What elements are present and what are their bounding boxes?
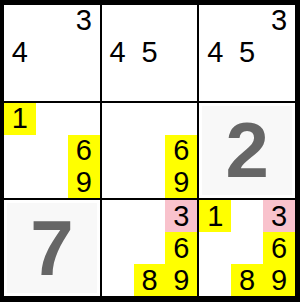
- candidate-slot-2: [36, 5, 68, 37]
- candidate-9: 9: [263, 264, 295, 296]
- solved-digit: 2: [225, 111, 268, 189]
- candidate-slot-8: [36, 166, 68, 198]
- candidate-slot-4: [102, 232, 134, 264]
- candidate-1: 1: [4, 103, 36, 135]
- candidate-slot-7: [102, 166, 134, 198]
- candidate-5: 5: [231, 37, 263, 69]
- solved-cell-background: 7: [7, 203, 97, 293]
- candidate-slot-3: [165, 103, 197, 135]
- candidate-slot-3: [165, 5, 197, 37]
- candidate-5: 5: [134, 37, 166, 69]
- candidate-slot-1: [4, 5, 36, 37]
- candidate-slot-4: [4, 135, 36, 167]
- candidate-slot-6: [68, 37, 100, 69]
- candidate-6: 6: [263, 232, 295, 264]
- candidate-9: 9: [165, 264, 197, 296]
- candidate-1: 1: [199, 200, 231, 232]
- sudoku-cell-r3c2[interactable]: 3689: [102, 200, 198, 296]
- candidate-9: 9: [68, 166, 100, 198]
- solved-digit: 7: [30, 209, 73, 287]
- candidate-slot-7: [199, 69, 231, 101]
- candidate-slot-4: [199, 232, 231, 264]
- solved-cell-background: 2: [202, 106, 292, 196]
- sudoku-cell-r3c1[interactable]: 7: [4, 200, 100, 296]
- candidate-3: 3: [68, 5, 100, 37]
- candidate-4: 4: [102, 37, 134, 69]
- candidate-3: 3: [263, 5, 295, 37]
- candidate-slot-7: [102, 69, 134, 101]
- candidate-3: 3: [263, 200, 295, 232]
- candidate-slot-9: [263, 69, 295, 101]
- sudoku-cell-r1c3[interactable]: 345: [199, 5, 295, 101]
- candidate-slot-5: [134, 135, 166, 167]
- candidate-slot-7: [4, 166, 36, 198]
- sudoku-cell-r1c1[interactable]: 34: [4, 5, 100, 101]
- candidate-slot-8: [134, 69, 166, 101]
- candidate-slot-5: [134, 232, 166, 264]
- candidate-slot-1: [102, 103, 134, 135]
- sudoku-cell-r1c2[interactable]: 45: [102, 5, 198, 101]
- candidate-6: 6: [165, 232, 197, 264]
- candidate-slot-2: [231, 5, 263, 37]
- sudoku-cell-r2c1[interactable]: 169: [4, 103, 100, 199]
- candidate-slot-2: [231, 200, 263, 232]
- candidate-slot-9: [68, 69, 100, 101]
- candidate-6: 6: [165, 135, 197, 167]
- sudoku-cell-r3c3[interactable]: 13689: [199, 200, 295, 296]
- candidate-slot-5: [231, 232, 263, 264]
- candidate-9: 9: [165, 166, 197, 198]
- sudoku-cell-r2c3[interactable]: 2: [199, 103, 295, 199]
- candidate-slot-8: [36, 69, 68, 101]
- candidate-slot-1: [199, 5, 231, 37]
- candidate-slot-8: [134, 166, 166, 198]
- candidate-slot-7: [102, 264, 134, 296]
- candidate-slot-7: [199, 264, 231, 296]
- candidate-slot-9: [165, 69, 197, 101]
- candidate-slot-6: [263, 37, 295, 69]
- candidate-slot-3: [68, 103, 100, 135]
- candidate-slot-1: [102, 200, 134, 232]
- candidate-slot-2: [134, 5, 166, 37]
- candidate-4: 4: [199, 37, 231, 69]
- sudoku-board: 34453451696927368913689: [0, 0, 300, 302]
- candidate-slot-2: [134, 200, 166, 232]
- candidate-slot-1: [102, 5, 134, 37]
- candidate-slot-2: [36, 103, 68, 135]
- candidate-3: 3: [165, 200, 197, 232]
- candidate-slot-5: [36, 135, 68, 167]
- candidate-4: 4: [4, 37, 36, 69]
- candidate-8: 8: [231, 264, 263, 296]
- candidate-8: 8: [134, 264, 166, 296]
- candidate-slot-7: [4, 69, 36, 101]
- candidate-6: 6: [68, 135, 100, 167]
- candidate-slot-2: [134, 103, 166, 135]
- candidate-slot-8: [231, 69, 263, 101]
- candidate-slot-6: [165, 37, 197, 69]
- candidate-slot-5: [36, 37, 68, 69]
- candidate-slot-4: [102, 135, 134, 167]
- sudoku-cell-r2c2[interactable]: 69: [102, 103, 198, 199]
